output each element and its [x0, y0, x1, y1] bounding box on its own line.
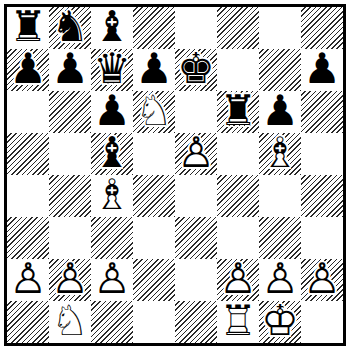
square-b8[interactable]: ♞	[49, 7, 91, 49]
square-c5[interactable]: ♝	[91, 133, 133, 175]
square-e4[interactable]	[175, 175, 217, 217]
square-a8[interactable]: ♜	[7, 7, 49, 49]
piece-white-rook[interactable]: ♜♖	[217, 301, 259, 343]
square-e5[interactable]: ♟♙	[175, 133, 217, 175]
square-h3[interactable]	[301, 217, 343, 259]
square-g1[interactable]: ♚♔	[259, 301, 301, 343]
square-h4[interactable]	[301, 175, 343, 217]
square-c8[interactable]: ♝	[91, 7, 133, 49]
white-pawn-glyph: ♙	[301, 259, 343, 301]
black-rook-glyph: ♜	[7, 7, 49, 49]
piece-black-pawn[interactable]: ♟	[259, 91, 301, 133]
square-g5[interactable]: ♝♗	[259, 133, 301, 175]
square-e3[interactable]	[175, 217, 217, 259]
piece-white-bishop[interactable]: ♝♗	[259, 133, 301, 175]
square-a1[interactable]	[7, 301, 49, 343]
piece-black-pawn[interactable]: ♟	[133, 49, 175, 91]
square-c7[interactable]: ♛	[91, 49, 133, 91]
square-h6[interactable]	[301, 91, 343, 133]
square-g3[interactable]	[259, 217, 301, 259]
white-pawn-glyph: ♙	[175, 133, 217, 175]
square-d8[interactable]	[133, 7, 175, 49]
black-pawn-glyph: ♟	[133, 49, 175, 91]
square-f7[interactable]	[217, 49, 259, 91]
square-d3[interactable]	[133, 217, 175, 259]
black-queen-glyph: ♛	[91, 49, 133, 91]
square-g2[interactable]: ♟♙	[259, 259, 301, 301]
piece-black-pawn[interactable]: ♟	[7, 49, 49, 91]
square-d1[interactable]	[133, 301, 175, 343]
piece-black-pawn[interactable]: ♟	[301, 49, 343, 91]
black-pawn-glyph: ♟	[91, 91, 133, 133]
square-h8[interactable]	[301, 7, 343, 49]
black-knight-glyph: ♞	[49, 7, 91, 49]
black-bishop-glyph: ♝	[91, 7, 133, 49]
square-c2[interactable]: ♟♙	[91, 259, 133, 301]
square-b3[interactable]	[49, 217, 91, 259]
piece-white-pawn[interactable]: ♟♙	[49, 259, 91, 301]
piece-white-pawn[interactable]: ♟♙	[175, 133, 217, 175]
square-g6[interactable]: ♟	[259, 91, 301, 133]
white-rook-glyph: ♖	[217, 301, 259, 343]
square-c1[interactable]	[91, 301, 133, 343]
white-pawn-glyph: ♙	[259, 259, 301, 301]
black-pawn-glyph: ♟	[49, 49, 91, 91]
piece-black-bishop[interactable]: ♝	[91, 133, 133, 175]
black-pawn-glyph: ♟	[301, 49, 343, 91]
square-g7[interactable]	[259, 49, 301, 91]
square-b5[interactable]	[49, 133, 91, 175]
white-bishop-glyph: ♗	[259, 133, 301, 175]
white-pawn-glyph: ♙	[7, 259, 49, 301]
square-f4[interactable]	[217, 175, 259, 217]
square-e7[interactable]: ♚	[175, 49, 217, 91]
square-c4[interactable]: ♝♗	[91, 175, 133, 217]
square-g8[interactable]	[259, 7, 301, 49]
square-e2[interactable]	[175, 259, 217, 301]
piece-white-pawn[interactable]: ♟♙	[259, 259, 301, 301]
chess-diagram: ♜♞♝♟♟♛♟♚♟♟♞♘♜♟♝♟♙♝♗♝♗♟♙♟♙♟♙♟♙♟♙♟♙♞♘♜♖♚♔	[0, 0, 350, 350]
white-pawn-glyph: ♙	[91, 259, 133, 301]
square-b7[interactable]: ♟	[49, 49, 91, 91]
square-b4[interactable]	[49, 175, 91, 217]
square-h2[interactable]: ♟♙	[301, 259, 343, 301]
black-rook-glyph: ♜	[217, 91, 259, 133]
square-f3[interactable]	[217, 217, 259, 259]
square-g4[interactable]	[259, 175, 301, 217]
square-f2[interactable]: ♟♙	[217, 259, 259, 301]
square-a5[interactable]	[7, 133, 49, 175]
square-h5[interactable]	[301, 133, 343, 175]
piece-white-pawn[interactable]: ♟♙	[217, 259, 259, 301]
square-h7[interactable]: ♟	[301, 49, 343, 91]
piece-white-knight[interactable]: ♞♘	[49, 301, 91, 343]
black-king-glyph: ♚	[175, 49, 217, 91]
piece-black-knight[interactable]: ♞	[49, 7, 91, 49]
square-c3[interactable]	[91, 217, 133, 259]
piece-black-rook[interactable]: ♜	[217, 91, 259, 133]
piece-white-pawn[interactable]: ♟♙	[301, 259, 343, 301]
square-a6[interactable]	[7, 91, 49, 133]
square-f1[interactable]: ♜♖	[217, 301, 259, 343]
square-c6[interactable]: ♟	[91, 91, 133, 133]
board-frame: ♜♞♝♟♟♛♟♚♟♟♞♘♜♟♝♟♙♝♗♝♗♟♙♟♙♟♙♟♙♟♙♟♙♞♘♜♖♚♔	[4, 4, 346, 346]
chess-board: ♜♞♝♟♟♛♟♚♟♟♞♘♜♟♝♟♙♝♗♝♗♟♙♟♙♟♙♟♙♟♙♟♙♞♘♜♖♚♔	[7, 7, 343, 343]
piece-black-pawn[interactable]: ♟	[49, 49, 91, 91]
white-knight-glyph: ♘	[49, 301, 91, 343]
square-b6[interactable]	[49, 91, 91, 133]
black-pawn-glyph: ♟	[259, 91, 301, 133]
square-a7[interactable]: ♟	[7, 49, 49, 91]
piece-white-bishop[interactable]: ♝♗	[91, 175, 133, 217]
square-b2[interactable]: ♟♙	[49, 259, 91, 301]
square-f5[interactable]	[217, 133, 259, 175]
square-h1[interactable]	[301, 301, 343, 343]
square-d2[interactable]	[133, 259, 175, 301]
white-knight-glyph: ♘	[133, 91, 175, 133]
piece-black-bishop[interactable]: ♝	[91, 7, 133, 49]
piece-white-pawn[interactable]: ♟♙	[7, 259, 49, 301]
square-d6[interactable]: ♞♘	[133, 91, 175, 133]
black-pawn-glyph: ♟	[7, 49, 49, 91]
square-b1[interactable]: ♞♘	[49, 301, 91, 343]
piece-black-rook[interactable]: ♜	[7, 7, 49, 49]
piece-white-pawn[interactable]: ♟♙	[91, 259, 133, 301]
square-e6[interactable]	[175, 91, 217, 133]
piece-black-pawn[interactable]: ♟	[91, 91, 133, 133]
square-e8[interactable]	[175, 7, 217, 49]
piece-white-king[interactable]: ♚♔	[259, 301, 301, 343]
square-a3[interactable]	[7, 217, 49, 259]
square-d7[interactable]: ♟	[133, 49, 175, 91]
white-bishop-glyph: ♗	[91, 175, 133, 217]
square-e1[interactable]	[175, 301, 217, 343]
square-f6[interactable]: ♜	[217, 91, 259, 133]
piece-black-queen[interactable]: ♛	[91, 49, 133, 91]
square-a4[interactable]	[7, 175, 49, 217]
square-f8[interactable]	[217, 7, 259, 49]
square-d5[interactable]	[133, 133, 175, 175]
white-pawn-glyph: ♙	[217, 259, 259, 301]
white-king-glyph: ♔	[259, 301, 301, 343]
white-pawn-glyph: ♙	[49, 259, 91, 301]
black-bishop-glyph: ♝	[91, 133, 133, 175]
square-a2[interactable]: ♟♙	[7, 259, 49, 301]
piece-black-king[interactable]: ♚	[175, 49, 217, 91]
square-d4[interactable]	[133, 175, 175, 217]
piece-white-knight[interactable]: ♞♘	[133, 91, 175, 133]
